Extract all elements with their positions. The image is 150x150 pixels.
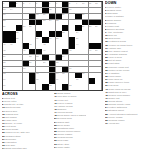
grid-cell[interactable]: [82, 78, 88, 83]
cell-number: 43: [43, 43, 45, 45]
grid-cell[interactable]: 61: [69, 67, 75, 72]
cell-number: 48: [69, 49, 71, 51]
grid-cell[interactable]: [23, 55, 29, 60]
cell-number: 19: [43, 13, 45, 15]
grid-cell[interactable]: [82, 84, 88, 89]
grid-cell[interactable]: 25: [56, 20, 62, 25]
grid-cell[interactable]: [23, 78, 29, 83]
grid-cell[interactable]: [23, 14, 29, 19]
grid-cell[interactable]: [23, 84, 29, 89]
cell-number: 72: [49, 84, 51, 86]
grid-cell[interactable]: 38: [56, 37, 62, 42]
cell-number: 56: [29, 61, 31, 63]
clue-text: Sheltered side: [5, 106, 20, 109]
cell-number: 10: [82, 2, 84, 4]
cell-number: 62: [3, 72, 5, 74]
grid-cell[interactable]: 8: [69, 2, 75, 7]
cell-number: 39: [76, 37, 78, 39]
grid-cell[interactable]: [49, 25, 55, 30]
clue-text: Citrus fruit: [4, 96, 15, 99]
grid-cell[interactable]: [89, 61, 95, 66]
grid-cell[interactable]: 49: [89, 49, 95, 54]
cell-number: 68: [36, 78, 38, 80]
black-cell: [9, 2, 15, 7]
grid-cell[interactable]: 36: [36, 37, 42, 42]
grid-cell[interactable]: 4: [29, 2, 35, 7]
grid-cell[interactable]: [75, 67, 81, 72]
cell-number: 65: [62, 72, 64, 74]
grid-cell[interactable]: 1: [3, 2, 9, 7]
grid-cell[interactable]: 7: [56, 2, 62, 7]
grid-cell[interactable]: 48: [69, 49, 75, 54]
grid-cell[interactable]: 46: [23, 49, 29, 54]
across-clues-column-2: 36 Small island40 Thin strip of wood41 F…: [54, 92, 104, 150]
clue-item: 70 Young boy: [105, 122, 149, 125]
cell-number: 30: [89, 25, 91, 27]
cell-number: 6: [49, 2, 50, 4]
cell-number: 12: [95, 2, 97, 4]
grid-cell[interactable]: [23, 37, 29, 42]
grid-cell[interactable]: [82, 55, 88, 60]
grid-cell[interactable]: [89, 55, 95, 60]
grid-cell[interactable]: [9, 61, 15, 66]
cell-number: 26: [3, 25, 5, 27]
grid-cell[interactable]: 3: [23, 2, 29, 7]
clue-text: Wading bird: [5, 112, 18, 115]
grid-cell[interactable]: [36, 84, 42, 89]
grid-cell[interactable]: 23: [42, 20, 48, 25]
black-cell: [9, 31, 15, 36]
black-cell: [23, 61, 29, 66]
cell-number: 50: [95, 49, 97, 51]
grid-cell[interactable]: [89, 8, 95, 13]
cell-number: 23: [43, 19, 45, 21]
grid-cell[interactable]: [75, 61, 81, 66]
grid-cell[interactable]: [95, 14, 101, 19]
grid-cell[interactable]: 18: [36, 14, 42, 19]
crossword-page: 1234567891011121314151617181920212223242…: [0, 0, 150, 150]
across-clues-column-1: ACROSS 2 Citrus fruit6 Greek letter8 Cap…: [2, 92, 52, 150]
black-cell: [36, 20, 42, 25]
grid-cell[interactable]: [75, 20, 81, 25]
grid-cell[interactable]: [42, 73, 48, 78]
cell-number: 14: [10, 8, 12, 10]
cell-number: 16: [69, 8, 71, 10]
cell-number: 41: [10, 43, 12, 45]
clue-text: Makes up for, with "for": [5, 131, 29, 134]
grid-cell[interactable]: 12: [95, 2, 101, 7]
clue-text: Golf goal: [5, 143, 15, 146]
grid-cell[interactable]: 33: [62, 31, 68, 36]
black-cell: [3, 31, 9, 36]
grid-cell[interactable]: 11: [89, 2, 95, 7]
grid-cell[interactable]: 10: [82, 2, 88, 7]
grid-cell[interactable]: 44: [75, 43, 81, 48]
grid-cell[interactable]: [89, 14, 95, 19]
grid-cell[interactable]: [69, 73, 75, 78]
grid-cell[interactable]: [62, 61, 68, 66]
cell-number: 11: [89, 2, 91, 4]
grid-cell[interactable]: [36, 43, 42, 48]
grid-cell[interactable]: 73: [69, 84, 75, 89]
grid-cell[interactable]: 5: [36, 2, 42, 7]
cell-number: 4: [29, 2, 30, 4]
cell-number: 59: [3, 67, 5, 69]
cell-number: 52: [29, 55, 31, 57]
clue-text: Work dough: [5, 128, 18, 131]
cell-number: 45: [3, 49, 5, 51]
black-cell: [49, 61, 55, 66]
cell-number: 29: [82, 25, 84, 27]
grid-cell[interactable]: [56, 84, 62, 89]
grid-cell[interactable]: [29, 31, 35, 36]
grid-cell[interactable]: 58: [56, 61, 62, 66]
grid-cell[interactable]: 71: [3, 84, 9, 89]
cell-number: 46: [23, 49, 25, 51]
grid-cell[interactable]: [82, 31, 88, 36]
grid-cell[interactable]: [9, 78, 15, 83]
grid-cell[interactable]: [69, 20, 75, 25]
cell-number: 8: [69, 2, 70, 4]
cell-number: 69: [56, 78, 58, 80]
black-cell: [29, 73, 35, 78]
grid-cell[interactable]: [56, 43, 62, 48]
cell-number: 61: [69, 67, 71, 69]
cell-number: 7: [56, 2, 57, 4]
clue-item: 34 Small mountain lake: [2, 146, 52, 149]
black-cell: [69, 37, 75, 42]
cell-number: 53: [36, 55, 38, 57]
grid-cell[interactable]: [56, 8, 62, 13]
cell-number: 32: [16, 31, 18, 33]
grid-cell[interactable]: [9, 25, 15, 30]
grid-cell[interactable]: [42, 67, 48, 72]
black-cell: [42, 55, 48, 60]
black-cell: [89, 78, 95, 83]
grid-cell[interactable]: [82, 37, 88, 42]
grid-cell[interactable]: [95, 84, 101, 89]
cell-number: 54: [62, 55, 64, 57]
grid-cell[interactable]: 37: [49, 37, 55, 42]
clue-item: 66 Garden tool: [54, 148, 104, 150]
grid-cell[interactable]: [16, 49, 22, 54]
cell-number: 58: [56, 61, 58, 63]
clue-text: Scoundrel: [5, 137, 16, 140]
black-cell: [29, 14, 35, 19]
cell-number: 64: [56, 72, 58, 74]
black-cell: [56, 55, 62, 60]
grid-cell[interactable]: [16, 55, 22, 60]
cell-number: 9: [76, 2, 77, 4]
grid-cell[interactable]: 16: [69, 8, 75, 13]
grid-cell[interactable]: 14: [9, 8, 15, 13]
grid-cell[interactable]: [69, 61, 75, 66]
grid-cell[interactable]: 35: [16, 37, 22, 42]
grid-cell[interactable]: [56, 49, 62, 54]
clue-text: Opera solo: [5, 109, 17, 112]
black-cell: [49, 73, 55, 78]
clue-text: Before, in verse: [5, 121, 22, 124]
grid-cell[interactable]: 53: [36, 55, 42, 60]
cell-number: 24: [49, 19, 51, 21]
grid-cell[interactable]: [36, 61, 42, 66]
grid-cell[interactable]: [16, 67, 22, 72]
grid-cell[interactable]: [42, 31, 48, 36]
clue-text: Charged atom: [5, 134, 20, 137]
grid-cell[interactable]: [95, 55, 101, 60]
crossword-grid: 1234567891011121314151617181920212223242…: [2, 1, 103, 92]
grid-cell[interactable]: [29, 67, 35, 72]
grid-cell[interactable]: 65: [62, 73, 68, 78]
grid-cell[interactable]: [16, 84, 22, 89]
down-clue-list: 1 Frozen water2 Singing voice3 Otherwise…: [105, 6, 149, 125]
grid-cell[interactable]: [16, 73, 22, 78]
cell-number: 47: [43, 49, 45, 51]
grid-cell[interactable]: [9, 49, 15, 54]
cell-number: 3: [23, 2, 24, 4]
down-clues-column: DOWN 1 Frozen water2 Singing voice3 Othe…: [105, 1, 149, 149]
grid-cell[interactable]: [75, 49, 81, 54]
grid-cell[interactable]: 68: [36, 78, 42, 83]
grid-cell[interactable]: [42, 78, 48, 83]
cell-number: 38: [56, 37, 58, 39]
cell-number: 27: [23, 25, 25, 27]
grid-cell[interactable]: [82, 43, 88, 48]
cell-number: 2: [16, 2, 17, 4]
across-clue-list-2: 36 Small island40 Thin strip of wood41 F…: [54, 92, 104, 150]
cell-number: 34: [76, 31, 78, 33]
black-cell: [42, 84, 48, 89]
grid-cell[interactable]: [95, 78, 101, 83]
grid-cell[interactable]: [29, 8, 35, 13]
grid-cell[interactable]: [16, 8, 22, 13]
grid-cell[interactable]: [16, 14, 22, 19]
grid-cell[interactable]: [42, 25, 48, 30]
cell-number: 49: [89, 49, 91, 51]
grid-cell[interactable]: [89, 84, 95, 89]
grid-cell[interactable]: [62, 20, 68, 25]
black-cell: [75, 14, 81, 19]
grid-cell[interactable]: 6: [49, 2, 55, 7]
cell-number: 1: [3, 2, 4, 4]
grid-cell[interactable]: 21: [82, 14, 88, 19]
grid-cell[interactable]: 26: [3, 25, 9, 30]
grid-cell[interactable]: 70: [75, 78, 81, 83]
grid-cell[interactable]: 51: [3, 55, 9, 60]
grid-cell[interactable]: 27: [23, 25, 29, 30]
grid-cell[interactable]: [16, 61, 22, 66]
grid-cell[interactable]: 66: [82, 73, 88, 78]
grid-cell[interactable]: 28: [29, 25, 35, 30]
grid-cell[interactable]: [95, 8, 101, 13]
cell-number: 28: [29, 25, 31, 27]
grid-cell[interactable]: 41: [9, 43, 15, 48]
across-header: ACROSS: [2, 92, 52, 96]
grid-cell[interactable]: 72: [49, 84, 55, 89]
black-cell: [29, 78, 35, 83]
grid-cell[interactable]: 42: [29, 43, 35, 48]
grid-cell[interactable]: [95, 61, 101, 66]
grid-cell[interactable]: 47: [42, 49, 48, 54]
grid-cell[interactable]: 69: [56, 78, 62, 83]
grid-cell[interactable]: 9: [75, 2, 81, 7]
cell-number: 21: [82, 13, 84, 15]
cell-number: 33: [62, 31, 64, 33]
grid-cell[interactable]: [89, 73, 95, 78]
grid-cell[interactable]: [23, 73, 29, 78]
cell-number: 5: [36, 2, 37, 4]
clue-text: Greek letter: [4, 99, 17, 102]
grid-cell[interactable]: 29: [82, 25, 88, 30]
grid-cell[interactable]: [16, 20, 22, 25]
cell-number: 35: [16, 37, 18, 39]
cell-number: 31: [95, 25, 97, 27]
cell-number: 15: [49, 8, 51, 10]
cell-number: 17: [3, 13, 5, 15]
grid-cell[interactable]: [49, 43, 55, 48]
grid-cell[interactable]: 60: [23, 67, 29, 72]
grid-cell[interactable]: 24: [49, 20, 55, 25]
clue-text: Not closed: [5, 115, 16, 118]
grid-cell[interactable]: [69, 14, 75, 19]
grid-cell[interactable]: 56: [29, 61, 35, 66]
across-clue-list-1: 2 Citrus fruit6 Greek letter8 Capital ci…: [2, 96, 52, 149]
black-cell: [42, 2, 48, 7]
grid-cell[interactable]: [62, 43, 68, 48]
black-cell: [62, 2, 68, 7]
cell-number: 44: [76, 43, 78, 45]
grid-cell[interactable]: [49, 55, 55, 60]
grid-cell[interactable]: [49, 49, 55, 54]
clue-text: Capital city of Italy: [4, 102, 23, 105]
cell-number: 51: [3, 55, 5, 57]
grid-cell[interactable]: [62, 37, 68, 42]
cell-number: 60: [23, 67, 25, 69]
grid-cell[interactable]: 54: [62, 55, 68, 60]
grid-cell[interactable]: [69, 55, 75, 60]
grid-cell[interactable]: [95, 37, 101, 42]
cell-number: 25: [56, 19, 58, 21]
cell-number: 57: [43, 61, 45, 63]
grid-cell[interactable]: [23, 8, 29, 13]
black-cell: [49, 67, 55, 72]
cell-number: 73: [69, 84, 71, 86]
clue-text: Large deer: [5, 118, 17, 121]
cell-number: 66: [82, 72, 84, 74]
cell-number: 63: [36, 72, 38, 74]
grid-cell[interactable]: [89, 31, 95, 36]
grid-cell[interactable]: [9, 14, 15, 19]
clue-text: Young boy: [108, 122, 119, 125]
grid-cell[interactable]: 20: [62, 14, 68, 19]
grid-cell[interactable]: [9, 84, 15, 89]
grid-cell[interactable]: [82, 61, 88, 66]
grid-cell[interactable]: 15: [49, 8, 55, 13]
grid-cell[interactable]: [69, 25, 75, 30]
grid-cell[interactable]: [29, 84, 35, 89]
grid-cell[interactable]: [95, 31, 101, 36]
grid-cell[interactable]: [75, 8, 81, 13]
grid-cell[interactable]: [23, 31, 29, 36]
grid-cell[interactable]: [9, 73, 15, 78]
cell-number: 37: [49, 37, 51, 39]
cell-number: 70: [76, 78, 78, 80]
grid-cell[interactable]: [56, 25, 62, 30]
clue-text: Fruit drink: [5, 124, 16, 127]
grid-cell[interactable]: [9, 55, 15, 60]
cell-number: 20: [62, 13, 64, 15]
grid-cell[interactable]: [9, 20, 15, 25]
grid-cell[interactable]: [89, 67, 95, 72]
grid-cell[interactable]: 30: [89, 25, 95, 30]
cell-number: 36: [36, 37, 38, 39]
grid-cell[interactable]: 31: [95, 25, 101, 30]
grid-cell[interactable]: [69, 31, 75, 36]
down-header: DOWN: [105, 1, 149, 5]
cell-number: 42: [29, 43, 31, 45]
grid-cell[interactable]: 57: [42, 61, 48, 66]
clue-text: Lubricates: [5, 140, 16, 143]
grid-cell[interactable]: [16, 43, 22, 48]
cell-number: 13: [3, 8, 5, 10]
grid-cell[interactable]: [75, 84, 81, 89]
grid-cell[interactable]: 2: [16, 2, 22, 7]
grid-cell[interactable]: [62, 78, 68, 83]
cell-number: 67: [3, 78, 5, 80]
black-cell: [62, 84, 68, 89]
grid-cell[interactable]: [16, 78, 22, 83]
cell-number: 40: [3, 43, 5, 45]
cell-number: 22: [3, 19, 5, 21]
grid-cell[interactable]: [95, 67, 101, 72]
grid-cell[interactable]: [75, 55, 81, 60]
grid-cell[interactable]: [9, 67, 15, 72]
clue-text: Small mountain lake: [5, 146, 27, 149]
grid-cell[interactable]: [89, 37, 95, 42]
grid-cell[interactable]: [36, 25, 42, 30]
cell-number: 71: [3, 84, 5, 86]
cell-number: 55: [3, 61, 5, 63]
cell-number: 18: [36, 13, 38, 15]
grid-cell[interactable]: 52: [29, 55, 35, 60]
grid-cell[interactable]: [95, 73, 101, 78]
grid-cell[interactable]: 55: [3, 61, 9, 66]
clue-text: Garden tool: [57, 148, 70, 150]
grid-cell[interactable]: [82, 49, 88, 54]
grid-cell[interactable]: 50: [95, 49, 101, 54]
